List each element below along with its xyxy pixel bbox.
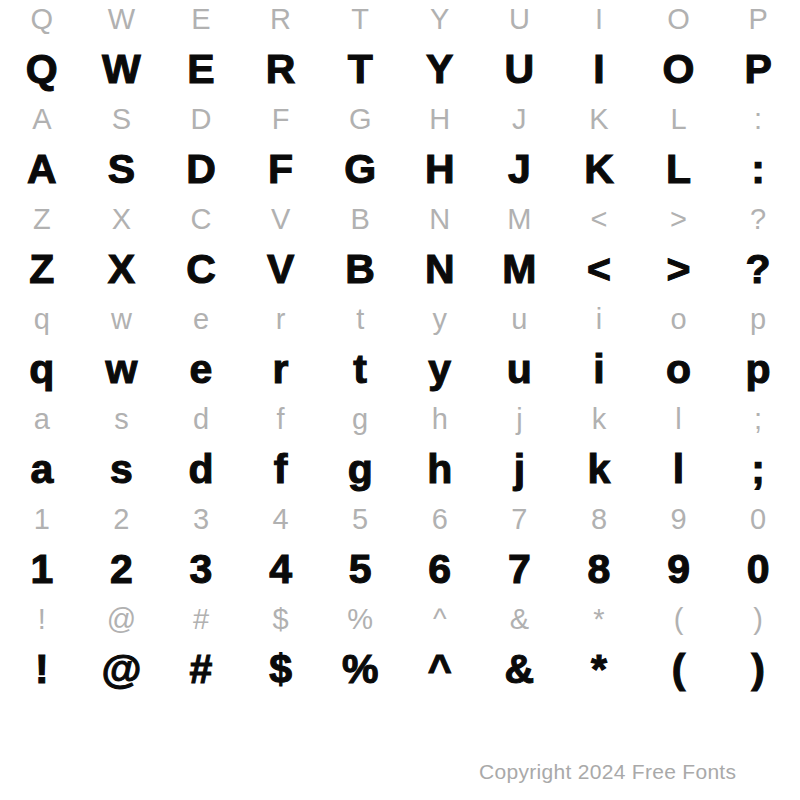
glyph-cell-r6c10: ?: [718, 244, 798, 294]
glyph-cell-r12c4: 4: [241, 544, 321, 594]
glyph-cell-r6c1: Z: [2, 244, 82, 294]
glyph-cell-r13c7: &: [480, 594, 560, 644]
glyph-cell-r10c5: g: [320, 444, 400, 494]
glyph-cell-r12c10: 0: [718, 544, 798, 594]
glyph-cell-r9c6: h: [400, 394, 480, 444]
glyph-cell-r2c5: T: [320, 44, 400, 94]
glyph-cell-r5c8: <: [559, 194, 639, 244]
glyph-cell-r4c7: J: [480, 144, 560, 194]
glyph-cell-r9c1: a: [2, 394, 82, 444]
glyph-cell-r14c1: !: [2, 644, 82, 694]
glyph-cell-r9c4: f: [241, 394, 321, 444]
glyph-cell-r3c8: K: [559, 94, 639, 144]
glyph-cell-r12c3: 3: [161, 544, 241, 594]
glyph-cell-r2c9: O: [639, 44, 719, 94]
glyph-cell-r4c6: H: [400, 144, 480, 194]
glyph-cell-r6c3: C: [161, 244, 241, 294]
glyph-cell-r2c1: Q: [2, 44, 82, 94]
glyph-cell-r9c7: j: [480, 394, 560, 444]
glyph-cell-r13c5: %: [320, 594, 400, 644]
glyph-cell-r5c10: ?: [718, 194, 798, 244]
glyph-cell-r6c6: N: [400, 244, 480, 294]
glyph-cell-r1c1: Q: [2, 0, 82, 44]
glyph-cell-r1c9: O: [639, 0, 719, 44]
glyph-cell-r6c7: M: [480, 244, 560, 294]
glyph-cell-r7c10: p: [718, 294, 798, 344]
glyph-cell-r2c4: R: [241, 44, 321, 94]
glyph-cell-r14c9: (: [639, 644, 719, 694]
glyph-cell-r2c7: U: [480, 44, 560, 94]
glyph-cell-r3c10: :: [718, 94, 798, 144]
glyph-cell-r7c9: o: [639, 294, 719, 344]
glyph-cell-r6c5: B: [320, 244, 400, 294]
glyph-cell-r5c3: C: [161, 194, 241, 244]
glyph-cell-r4c3: D: [161, 144, 241, 194]
glyph-cell-r7c5: t: [320, 294, 400, 344]
glyph-cell-r4c4: F: [241, 144, 321, 194]
glyph-cell-r5c4: V: [241, 194, 321, 244]
glyph-cell-r12c2: 2: [82, 544, 162, 594]
glyph-cell-r5c1: Z: [2, 194, 82, 244]
font-specimen-page: QWERTYUIOPQWERTYUIOPASDFGHJKL:ASDFGHJKL:…: [0, 0, 800, 800]
glyph-cell-r10c3: d: [161, 444, 241, 494]
glyph-cell-r1c2: W: [82, 0, 162, 44]
glyph-cell-r6c4: V: [241, 244, 321, 294]
glyph-cell-r10c8: k: [559, 444, 639, 494]
glyph-cell-r7c7: u: [480, 294, 560, 344]
glyph-cell-r13c4: $: [241, 594, 321, 644]
glyph-cell-r3c6: H: [400, 94, 480, 144]
glyph-cell-r11c7: 7: [480, 494, 560, 544]
glyph-cell-r5c2: X: [82, 194, 162, 244]
glyph-cell-r8c5: t: [320, 344, 400, 394]
glyph-cell-r3c7: J: [480, 94, 560, 144]
glyph-cell-r3c9: L: [639, 94, 719, 144]
glyph-cell-r8c10: p: [718, 344, 798, 394]
glyph-cell-r14c2: @: [82, 644, 162, 694]
glyph-cell-r9c8: k: [559, 394, 639, 444]
glyph-cell-r10c4: f: [241, 444, 321, 494]
glyph-cell-r12c1: 1: [2, 544, 82, 594]
glyph-cell-r5c5: B: [320, 194, 400, 244]
glyph-cell-r9c5: g: [320, 394, 400, 444]
glyph-cell-r3c4: F: [241, 94, 321, 144]
glyph-cell-r3c1: A: [2, 94, 82, 144]
glyph-cell-r7c4: r: [241, 294, 321, 344]
glyph-cell-r10c9: l: [639, 444, 719, 494]
glyph-cell-r3c5: G: [320, 94, 400, 144]
glyph-cell-r14c7: &: [480, 644, 560, 694]
glyph-cell-r11c10: 0: [718, 494, 798, 544]
glyph-cell-r4c8: K: [559, 144, 639, 194]
glyph-cell-r1c4: R: [241, 0, 321, 44]
glyph-cell-r2c8: I: [559, 44, 639, 94]
glyph-cell-r14c4: $: [241, 644, 321, 694]
glyph-cell-r7c2: w: [82, 294, 162, 344]
glyph-cell-r12c5: 5: [320, 544, 400, 594]
glyph-cell-r12c7: 7: [480, 544, 560, 594]
glyph-cell-r11c6: 6: [400, 494, 480, 544]
glyph-cell-r2c2: W: [82, 44, 162, 94]
glyph-cell-r11c8: 8: [559, 494, 639, 544]
glyph-cell-r8c2: w: [82, 344, 162, 394]
glyph-cell-r5c7: M: [480, 194, 560, 244]
glyph-cell-r1c5: T: [320, 0, 400, 44]
glyph-cell-r8c3: e: [161, 344, 241, 394]
glyph-cell-r10c7: j: [480, 444, 560, 494]
glyph-cell-r9c2: s: [82, 394, 162, 444]
glyph-cell-r10c6: h: [400, 444, 480, 494]
glyph-cell-r14c6: ^: [400, 644, 480, 694]
glyph-cell-r13c10: ): [718, 594, 798, 644]
glyph-cell-r3c2: S: [82, 94, 162, 144]
glyph-cell-r12c9: 9: [639, 544, 719, 594]
glyph-cell-r13c6: ^: [400, 594, 480, 644]
glyph-cell-r14c5: %: [320, 644, 400, 694]
glyph-cell-r6c9: >: [639, 244, 719, 294]
glyph-grid: QWERTYUIOPQWERTYUIOPASDFGHJKL:ASDFGHJKL:…: [2, 0, 798, 694]
glyph-cell-r1c7: U: [480, 0, 560, 44]
glyph-cell-r13c9: (: [639, 594, 719, 644]
glyph-cell-r10c1: a: [2, 444, 82, 494]
glyph-cell-r2c10: P: [718, 44, 798, 94]
glyph-cell-r10c2: s: [82, 444, 162, 494]
glyph-cell-r5c6: N: [400, 194, 480, 244]
glyph-cell-r13c1: !: [2, 594, 82, 644]
glyph-cell-r7c6: y: [400, 294, 480, 344]
glyph-cell-r8c4: r: [241, 344, 321, 394]
glyph-cell-r4c1: A: [2, 144, 82, 194]
glyph-cell-r4c2: S: [82, 144, 162, 194]
glyph-cell-r7c8: i: [559, 294, 639, 344]
glyph-cell-r2c6: Y: [400, 44, 480, 94]
glyph-cell-r3c3: D: [161, 94, 241, 144]
glyph-cell-r11c9: 9: [639, 494, 719, 544]
glyph-cell-r13c2: @: [82, 594, 162, 644]
glyph-cell-r13c3: #: [161, 594, 241, 644]
glyph-cell-r8c1: q: [2, 344, 82, 394]
glyph-cell-r14c3: #: [161, 644, 241, 694]
glyph-cell-r4c10: :: [718, 144, 798, 194]
glyph-cell-r11c3: 3: [161, 494, 241, 544]
glyph-cell-r6c8: <: [559, 244, 639, 294]
glyph-cell-r1c3: E: [161, 0, 241, 44]
glyph-cell-r9c10: ;: [718, 394, 798, 444]
glyph-cell-r11c4: 4: [241, 494, 321, 544]
glyph-cell-r9c9: l: [639, 394, 719, 444]
glyph-cell-r7c1: q: [2, 294, 82, 344]
glyph-cell-r11c2: 2: [82, 494, 162, 544]
glyph-cell-r4c5: G: [320, 144, 400, 194]
glyph-cell-r12c8: 8: [559, 544, 639, 594]
glyph-cell-r1c8: I: [559, 0, 639, 44]
glyph-cell-r14c10: ): [718, 644, 798, 694]
glyph-cell-r1c6: Y: [400, 0, 480, 44]
glyph-cell-r11c1: 1: [2, 494, 82, 544]
glyph-cell-r1c10: P: [718, 0, 798, 44]
glyph-cell-r8c8: i: [559, 344, 639, 394]
glyph-cell-r7c3: e: [161, 294, 241, 344]
glyph-cell-r8c9: o: [639, 344, 719, 394]
glyph-cell-r8c7: u: [480, 344, 560, 394]
glyph-cell-r10c10: ;: [718, 444, 798, 494]
glyph-cell-r5c9: >: [639, 194, 719, 244]
glyph-cell-r11c5: 5: [320, 494, 400, 544]
glyph-cell-r13c8: *: [559, 594, 639, 644]
glyph-cell-r4c9: L: [639, 144, 719, 194]
glyph-cell-r12c6: 6: [400, 544, 480, 594]
glyph-cell-r2c3: E: [161, 44, 241, 94]
glyph-cell-r14c8: *: [559, 644, 639, 694]
copyright-text: Copyright 2024 Free Fonts: [479, 760, 736, 784]
glyph-cell-r6c2: X: [82, 244, 162, 294]
glyph-cell-r8c6: y: [400, 344, 480, 394]
glyph-cell-r9c3: d: [161, 394, 241, 444]
